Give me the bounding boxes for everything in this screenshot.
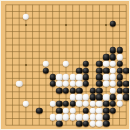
hoshi-dot <box>105 24 107 26</box>
hoshi-dot <box>25 64 27 66</box>
hoshi-dot <box>25 24 27 26</box>
hoshi-dot <box>65 24 67 26</box>
go-board[interactable] <box>0 0 130 130</box>
